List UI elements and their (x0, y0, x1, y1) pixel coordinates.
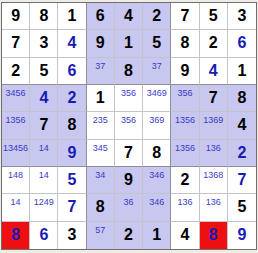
cell-r1c3[interactable]: 1 (58, 3, 86, 30)
cell-r4c2[interactable]: 4 (30, 85, 58, 112)
cell-r3c4[interactable]: 37 (87, 58, 115, 85)
cell-r9c2[interactable]: 6 (30, 222, 58, 249)
cell-r6c2[interactable]: 14 (30, 140, 58, 167)
cell-r5c5[interactable]: 356 (115, 112, 143, 139)
cell-r8c1[interactable]: 14 (2, 194, 30, 221)
cell-r3c9[interactable]: 1 (228, 58, 256, 85)
cell-r6c1[interactable]: 13456 (2, 140, 30, 167)
cell-r8c7[interactable]: 136 (171, 194, 199, 221)
cell-r5c7[interactable]: 1356 (171, 112, 199, 139)
cell-r5c2[interactable]: 7 (30, 112, 58, 139)
cell-r3c8[interactable]: 4 (200, 58, 228, 85)
cell-r5c8[interactable]: 1369 (200, 112, 228, 139)
cell-r7c3[interactable]: 5 (58, 167, 86, 194)
cell-r7c9[interactable]: 7 (228, 167, 256, 194)
cell-r3c1[interactable]: 2 (2, 58, 30, 85)
cell-r9c4[interactable]: 57 (87, 222, 115, 249)
cell-r2c7[interactable]: 8 (171, 30, 199, 57)
cell-r6c8[interactable]: 136 (200, 140, 228, 167)
sudoku-app-window: 9816427537349158262563783794134564213563… (0, 0, 258, 253)
cell-r8c6[interactable]: 346 (143, 194, 171, 221)
cell-r9c1[interactable]: 8 (2, 222, 30, 249)
sudoku-board: 9816427537349158262563783794134564213563… (1, 2, 257, 250)
cell-r6c3[interactable]: 9 (58, 140, 86, 167)
cell-r8c3[interactable]: 7 (58, 194, 86, 221)
cell-r8c5[interactable]: 36 (115, 194, 143, 221)
cell-r7c2[interactable]: 14 (30, 167, 58, 194)
cell-r5c6[interactable]: 369 (143, 112, 171, 139)
cell-r4c1[interactable]: 3456 (2, 85, 30, 112)
cell-r1c8[interactable]: 5 (200, 3, 228, 30)
cell-r7c4[interactable]: 34 (87, 167, 115, 194)
cell-r1c5[interactable]: 4 (115, 3, 143, 30)
cell-r6c6[interactable]: 8 (143, 140, 171, 167)
cell-r1c4[interactable]: 6 (87, 3, 115, 30)
cell-r7c7[interactable]: 2 (171, 167, 199, 194)
cell-r8c9[interactable]: 5 (228, 194, 256, 221)
cell-r3c7[interactable]: 9 (171, 58, 199, 85)
cell-r9c8[interactable]: 8 (200, 222, 228, 249)
cell-r6c5[interactable]: 7 (115, 140, 143, 167)
cell-r9c3[interactable]: 3 (58, 222, 86, 249)
cell-r3c5[interactable]: 8 (115, 58, 143, 85)
cell-r5c4[interactable]: 235 (87, 112, 115, 139)
cell-r7c1[interactable]: 148 (2, 167, 30, 194)
cell-r2c3[interactable]: 4 (58, 30, 86, 57)
cell-r1c9[interactable]: 3 (228, 3, 256, 30)
cell-r9c5[interactable]: 2 (115, 222, 143, 249)
cell-r2c8[interactable]: 2 (200, 30, 228, 57)
cell-r7c8[interactable]: 1368 (200, 167, 228, 194)
cell-r8c8[interactable]: 136 (200, 194, 228, 221)
cell-r4c6[interactable]: 3469 (143, 85, 171, 112)
cell-r6c4[interactable]: 345 (87, 140, 115, 167)
cell-r4c3[interactable]: 2 (58, 85, 86, 112)
cell-r4c9[interactable]: 8 (228, 85, 256, 112)
cell-r3c6[interactable]: 37 (143, 58, 171, 85)
cell-r7c5[interactable]: 9 (115, 167, 143, 194)
cell-r1c2[interactable]: 8 (30, 3, 58, 30)
cell-r6c9[interactable]: 2 (228, 140, 256, 167)
cell-r2c2[interactable]: 3 (30, 30, 58, 57)
cell-r7c6[interactable]: 346 (143, 167, 171, 194)
cell-r9c9[interactable]: 9 (228, 222, 256, 249)
cell-r9c6[interactable]: 1 (143, 222, 171, 249)
cell-r3c2[interactable]: 5 (30, 58, 58, 85)
cell-r1c7[interactable]: 7 (171, 3, 199, 30)
cell-r1c6[interactable]: 2 (143, 3, 171, 30)
cell-r5c9[interactable]: 4 (228, 112, 256, 139)
cell-r9c7[interactable]: 4 (171, 222, 199, 249)
cell-r5c3[interactable]: 8 (58, 112, 86, 139)
cell-r2c4[interactable]: 9 (87, 30, 115, 57)
cell-r1c1[interactable]: 9 (2, 3, 30, 30)
cell-r4c7[interactable]: 356 (171, 85, 199, 112)
cell-r4c5[interactable]: 356 (115, 85, 143, 112)
cell-r6c7[interactable]: 1356 (171, 140, 199, 167)
cell-r8c4[interactable]: 8 (87, 194, 115, 221)
cell-r5c1[interactable]: 1356 (2, 112, 30, 139)
cell-r2c1[interactable]: 7 (2, 30, 30, 57)
cell-r2c6[interactable]: 5 (143, 30, 171, 57)
cell-r4c8[interactable]: 7 (200, 85, 228, 112)
cell-r2c9[interactable]: 6 (228, 30, 256, 57)
cell-r3c3[interactable]: 6 (58, 58, 86, 85)
cell-r2c5[interactable]: 1 (115, 30, 143, 57)
cell-r4c4[interactable]: 1 (87, 85, 115, 112)
cell-r8c2[interactable]: 1249 (30, 194, 58, 221)
